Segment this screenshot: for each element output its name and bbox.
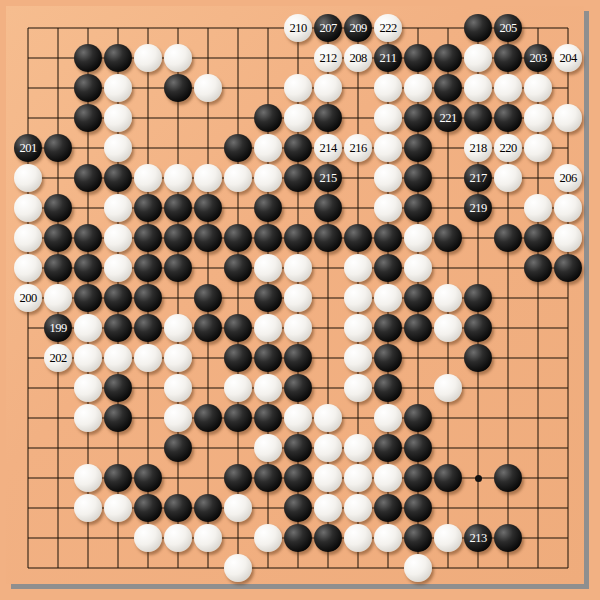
stone-white[interactable] bbox=[494, 164, 522, 192]
stone-white[interactable]: 200 bbox=[14, 284, 42, 312]
stone-white[interactable]: 210 bbox=[284, 14, 312, 42]
stone-black[interactable]: 199 bbox=[44, 314, 72, 342]
stone-black[interactable] bbox=[134, 314, 162, 342]
stone-black[interactable] bbox=[434, 74, 462, 102]
stone-black[interactable] bbox=[464, 314, 492, 342]
stone-black[interactable] bbox=[104, 164, 132, 192]
stone-black[interactable] bbox=[74, 164, 102, 192]
stone-white[interactable] bbox=[344, 434, 372, 462]
stone-white[interactable] bbox=[134, 44, 162, 72]
stone-black[interactable] bbox=[404, 434, 432, 462]
stone-white[interactable] bbox=[194, 164, 222, 192]
stone-black[interactable] bbox=[284, 224, 312, 252]
stone-black[interactable] bbox=[134, 194, 162, 222]
stone-white[interactable] bbox=[314, 404, 342, 432]
stone-white[interactable] bbox=[224, 374, 252, 402]
stone-white[interactable] bbox=[104, 74, 132, 102]
stone-white[interactable] bbox=[344, 344, 372, 372]
stone-white[interactable]: 206 bbox=[554, 164, 582, 192]
stone-black[interactable] bbox=[44, 194, 72, 222]
stone-white[interactable] bbox=[284, 314, 312, 342]
move-number: 209 bbox=[349, 22, 366, 35]
stone-white[interactable]: 204 bbox=[554, 44, 582, 72]
stone-white[interactable] bbox=[254, 164, 282, 192]
stone-black[interactable] bbox=[374, 224, 402, 252]
stone-black[interactable] bbox=[374, 344, 402, 372]
stone-white[interactable] bbox=[164, 164, 192, 192]
stone-black[interactable] bbox=[404, 194, 432, 222]
stone-white[interactable] bbox=[14, 224, 42, 252]
stone-black[interactable] bbox=[224, 344, 252, 372]
stone-black[interactable]: 211 bbox=[374, 44, 402, 72]
stone-black[interactable] bbox=[194, 404, 222, 432]
stone-black[interactable] bbox=[434, 44, 462, 72]
stone-black[interactable] bbox=[104, 44, 132, 72]
stone-black[interactable] bbox=[164, 254, 192, 282]
stone-white[interactable] bbox=[194, 524, 222, 552]
stone-white[interactable] bbox=[284, 74, 312, 102]
stone-black[interactable] bbox=[404, 44, 432, 72]
stone-white[interactable] bbox=[314, 464, 342, 492]
move-number: 221 bbox=[439, 112, 456, 125]
stone-black[interactable] bbox=[344, 224, 372, 252]
stone-white[interactable] bbox=[224, 554, 252, 582]
stone-white[interactable] bbox=[44, 284, 72, 312]
stone-black[interactable] bbox=[254, 404, 282, 432]
stone-white[interactable] bbox=[404, 74, 432, 102]
stone-white[interactable] bbox=[434, 524, 462, 552]
stone-white[interactable] bbox=[524, 194, 552, 222]
stone-white[interactable] bbox=[14, 254, 42, 282]
move-number: 203 bbox=[529, 52, 546, 65]
stone-white[interactable] bbox=[134, 164, 162, 192]
stone-white[interactable] bbox=[254, 524, 282, 552]
move-number: 214 bbox=[319, 142, 336, 155]
stone-white[interactable] bbox=[104, 194, 132, 222]
stone-white[interactable] bbox=[104, 224, 132, 252]
stone-black[interactable] bbox=[494, 44, 522, 72]
stone-black[interactable] bbox=[74, 284, 102, 312]
stone-black[interactable] bbox=[464, 104, 492, 132]
move-number: 213 bbox=[469, 532, 486, 545]
stone-white[interactable] bbox=[554, 104, 582, 132]
stone-black[interactable] bbox=[224, 404, 252, 432]
stone-white[interactable] bbox=[344, 314, 372, 342]
stone-black[interactable] bbox=[524, 254, 552, 282]
stone-black[interactable] bbox=[224, 464, 252, 492]
stone-white[interactable] bbox=[74, 314, 102, 342]
stone-black[interactable] bbox=[314, 194, 342, 222]
stone-white[interactable] bbox=[374, 524, 402, 552]
stone-black[interactable] bbox=[134, 284, 162, 312]
move-number: 201 bbox=[19, 142, 36, 155]
stone-black[interactable] bbox=[314, 104, 342, 132]
stone-black[interactable] bbox=[374, 434, 402, 462]
stone-black[interactable] bbox=[74, 44, 102, 72]
stone-white[interactable] bbox=[14, 194, 42, 222]
stone-black[interactable] bbox=[284, 374, 312, 402]
stone-black[interactable] bbox=[254, 344, 282, 372]
stone-black[interactable] bbox=[284, 434, 312, 462]
stone-black[interactable] bbox=[284, 494, 312, 522]
stone-black[interactable] bbox=[434, 464, 462, 492]
stone-white[interactable] bbox=[374, 164, 402, 192]
move-number: 222 bbox=[379, 22, 396, 35]
stone-white[interactable] bbox=[464, 44, 492, 72]
stone-white[interactable] bbox=[524, 74, 552, 102]
stone-white[interactable] bbox=[314, 434, 342, 462]
stone-white[interactable] bbox=[524, 134, 552, 162]
stone-white[interactable] bbox=[374, 74, 402, 102]
stone-black[interactable] bbox=[404, 524, 432, 552]
stone-white[interactable] bbox=[104, 254, 132, 282]
stone-white[interactable] bbox=[374, 134, 402, 162]
stone-black[interactable] bbox=[44, 224, 72, 252]
stone-black[interactable] bbox=[374, 254, 402, 282]
stone-white[interactable] bbox=[74, 404, 102, 432]
move-number: 215 bbox=[319, 172, 336, 185]
stone-white[interactable]: 212 bbox=[314, 44, 342, 72]
stone-black[interactable] bbox=[464, 344, 492, 372]
stone-white[interactable] bbox=[164, 344, 192, 372]
move-number: 205 bbox=[499, 22, 516, 35]
stone-black[interactable] bbox=[44, 254, 72, 282]
stone-white[interactable] bbox=[374, 104, 402, 132]
stone-black[interactable] bbox=[134, 464, 162, 492]
stone-white[interactable] bbox=[14, 164, 42, 192]
stone-white[interactable] bbox=[224, 164, 252, 192]
stone-white[interactable] bbox=[104, 494, 132, 522]
stone-white[interactable] bbox=[74, 494, 102, 522]
stone-black[interactable] bbox=[194, 224, 222, 252]
stone-black[interactable] bbox=[524, 224, 552, 252]
stone-white[interactable] bbox=[344, 254, 372, 282]
stone-black[interactable] bbox=[44, 134, 72, 162]
stone-black[interactable] bbox=[494, 464, 522, 492]
stone-black[interactable]: 221 bbox=[434, 104, 462, 132]
stone-white[interactable] bbox=[344, 284, 372, 312]
stone-black[interactable]: 217 bbox=[464, 164, 492, 192]
stone-black[interactable] bbox=[134, 224, 162, 252]
stone-white[interactable] bbox=[434, 284, 462, 312]
stone-black[interactable] bbox=[284, 344, 312, 372]
stone-white[interactable] bbox=[434, 374, 462, 402]
stone-black[interactable] bbox=[104, 464, 132, 492]
stone-black[interactable] bbox=[254, 464, 282, 492]
stone-white[interactable] bbox=[134, 524, 162, 552]
stone-black[interactable] bbox=[134, 494, 162, 522]
stone-black[interactable] bbox=[164, 194, 192, 222]
stone-black[interactable] bbox=[164, 224, 192, 252]
stone-black[interactable] bbox=[404, 314, 432, 342]
stone-black[interactable] bbox=[284, 464, 312, 492]
stone-black[interactable] bbox=[404, 494, 432, 522]
move-number: 204 bbox=[559, 52, 576, 65]
star-point bbox=[475, 475, 482, 482]
move-number: 202 bbox=[49, 352, 66, 365]
stone-black[interactable] bbox=[404, 464, 432, 492]
stone-white[interactable] bbox=[284, 254, 312, 282]
stone-white[interactable] bbox=[74, 344, 102, 372]
stone-black[interactable] bbox=[464, 284, 492, 312]
stone-white[interactable] bbox=[314, 74, 342, 102]
stone-black[interactable]: 205 bbox=[494, 14, 522, 42]
stone-black[interactable] bbox=[104, 374, 132, 402]
stone-white[interactable] bbox=[104, 134, 132, 162]
stone-white[interactable] bbox=[434, 314, 462, 342]
stone-black[interactable] bbox=[134, 254, 162, 282]
stone-black[interactable]: 213 bbox=[464, 524, 492, 552]
move-number: 206 bbox=[559, 172, 576, 185]
stone-black[interactable] bbox=[254, 284, 282, 312]
stone-black[interactable] bbox=[224, 254, 252, 282]
stone-black[interactable] bbox=[194, 284, 222, 312]
stone-black[interactable] bbox=[104, 314, 132, 342]
stone-white[interactable]: 202 bbox=[44, 344, 72, 372]
stone-black[interactable] bbox=[164, 434, 192, 462]
stone-white[interactable] bbox=[224, 494, 252, 522]
stone-white[interactable]: 222 bbox=[374, 14, 402, 42]
stone-white[interactable] bbox=[254, 374, 282, 402]
stone-white[interactable] bbox=[374, 194, 402, 222]
stone-white[interactable] bbox=[404, 254, 432, 282]
move-number: 211 bbox=[380, 52, 397, 65]
stone-black[interactable] bbox=[494, 104, 522, 132]
stone-white[interactable] bbox=[344, 464, 372, 492]
stone-white[interactable] bbox=[374, 284, 402, 312]
stone-black[interactable] bbox=[434, 224, 462, 252]
stone-white[interactable] bbox=[404, 554, 432, 582]
move-number: 208 bbox=[349, 52, 366, 65]
move-number: 199 bbox=[49, 322, 66, 335]
stone-black[interactable]: 219 bbox=[464, 194, 492, 222]
stone-black[interactable] bbox=[194, 194, 222, 222]
stone-white[interactable] bbox=[524, 104, 552, 132]
stone-white[interactable] bbox=[74, 464, 102, 492]
stone-black[interactable] bbox=[224, 134, 252, 162]
stone-white[interactable] bbox=[404, 224, 432, 252]
stone-black[interactable] bbox=[374, 314, 402, 342]
stone-black[interactable] bbox=[104, 284, 132, 312]
stone-white[interactable] bbox=[284, 404, 312, 432]
stone-black[interactable] bbox=[194, 314, 222, 342]
stone-black[interactable] bbox=[194, 494, 222, 522]
move-number: 212 bbox=[319, 52, 336, 65]
stone-black[interactable] bbox=[254, 194, 282, 222]
stone-white[interactable] bbox=[344, 524, 372, 552]
stone-black[interactable] bbox=[314, 524, 342, 552]
stone-white[interactable] bbox=[74, 374, 102, 402]
move-number: 200 bbox=[19, 292, 36, 305]
stone-black[interactable] bbox=[74, 254, 102, 282]
stone-white[interactable] bbox=[164, 404, 192, 432]
move-number: 220 bbox=[499, 142, 516, 155]
stone-white[interactable] bbox=[284, 104, 312, 132]
stone-black[interactable] bbox=[254, 224, 282, 252]
go-diagram: 2102072092222052122082112032042212012142… bbox=[0, 0, 600, 600]
stone-white[interactable]: 214 bbox=[314, 134, 342, 162]
stone-white[interactable] bbox=[194, 74, 222, 102]
stone-black[interactable] bbox=[74, 224, 102, 252]
stone-white[interactable] bbox=[164, 524, 192, 552]
stone-black[interactable]: 209 bbox=[344, 14, 372, 42]
stone-black[interactable]: 207 bbox=[314, 14, 342, 42]
stone-white[interactable] bbox=[464, 74, 492, 102]
move-number: 207 bbox=[319, 22, 336, 35]
move-number: 219 bbox=[469, 202, 486, 215]
stone-white[interactable]: 216 bbox=[344, 134, 372, 162]
stone-black[interactable] bbox=[404, 104, 432, 132]
stone-white[interactable] bbox=[134, 344, 162, 372]
stone-white[interactable] bbox=[344, 374, 372, 402]
stone-white[interactable]: 208 bbox=[344, 44, 372, 72]
stone-white[interactable] bbox=[254, 254, 282, 282]
stone-white[interactable] bbox=[374, 464, 402, 492]
stone-black[interactable] bbox=[254, 104, 282, 132]
move-number: 216 bbox=[349, 142, 366, 155]
stone-white[interactable]: 218 bbox=[464, 134, 492, 162]
stone-black[interactable] bbox=[164, 74, 192, 102]
stone-black[interactable] bbox=[374, 374, 402, 402]
stone-black[interactable]: 203 bbox=[524, 44, 552, 72]
stone-black[interactable] bbox=[494, 524, 522, 552]
stone-white[interactable] bbox=[554, 194, 582, 222]
stone-white[interactable] bbox=[344, 494, 372, 522]
stone-white[interactable] bbox=[104, 344, 132, 372]
stone-black[interactable] bbox=[74, 74, 102, 102]
stone-black[interactable] bbox=[164, 494, 192, 522]
stone-white[interactable] bbox=[374, 404, 402, 432]
stone-white[interactable] bbox=[554, 224, 582, 252]
stone-white[interactable] bbox=[254, 314, 282, 342]
stone-white[interactable] bbox=[104, 104, 132, 132]
stone-black[interactable] bbox=[494, 224, 522, 252]
stone-white[interactable] bbox=[164, 44, 192, 72]
stone-black[interactable] bbox=[314, 224, 342, 252]
stone-white[interactable] bbox=[254, 434, 282, 462]
stone-black[interactable] bbox=[284, 524, 312, 552]
move-number: 210 bbox=[289, 22, 306, 35]
stone-black[interactable] bbox=[404, 404, 432, 432]
stone-black[interactable] bbox=[554, 254, 582, 282]
stone-white[interactable] bbox=[284, 284, 312, 312]
stone-white[interactable] bbox=[494, 74, 522, 102]
move-number: 218 bbox=[469, 142, 486, 155]
stone-black[interactable] bbox=[404, 164, 432, 192]
stone-black[interactable] bbox=[404, 284, 432, 312]
stone-black[interactable]: 215 bbox=[314, 164, 342, 192]
stone-black[interactable] bbox=[284, 134, 312, 162]
stone-black[interactable] bbox=[464, 14, 492, 42]
stone-black[interactable] bbox=[224, 224, 252, 252]
stone-black[interactable] bbox=[104, 404, 132, 432]
stone-black[interactable] bbox=[404, 134, 432, 162]
stone-white[interactable] bbox=[254, 134, 282, 162]
stone-black[interactable] bbox=[284, 164, 312, 192]
stone-black[interactable] bbox=[224, 314, 252, 342]
stone-white[interactable] bbox=[164, 374, 192, 402]
stone-white[interactable] bbox=[164, 314, 192, 342]
stone-black[interactable] bbox=[374, 494, 402, 522]
move-number: 217 bbox=[469, 172, 486, 185]
stone-white[interactable] bbox=[314, 494, 342, 522]
stone-black[interactable]: 201 bbox=[14, 134, 42, 162]
stone-white[interactable]: 220 bbox=[494, 134, 522, 162]
stone-black[interactable] bbox=[74, 104, 102, 132]
